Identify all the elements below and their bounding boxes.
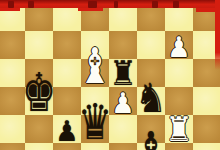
square (109, 31, 137, 59)
square (193, 87, 220, 115)
square (137, 115, 165, 143)
cover-red-band (0, 0, 220, 8)
square (165, 59, 193, 87)
square (25, 59, 53, 87)
square (53, 143, 81, 150)
square (165, 115, 193, 143)
band-text-remnant-mark (173, 1, 179, 8)
square (25, 87, 53, 115)
square (165, 87, 193, 115)
square (193, 115, 220, 143)
square (165, 31, 193, 59)
square (0, 115, 25, 143)
square (137, 143, 165, 150)
square (25, 115, 53, 143)
board: ♟♝♜♚♟♞♟♛♜♝ (0, 3, 220, 150)
band-text-remnant-mark (28, 1, 34, 8)
square (25, 143, 53, 150)
square (137, 87, 165, 115)
square (0, 87, 25, 115)
square (81, 115, 109, 143)
square (25, 31, 53, 59)
band-uneven-edge-tab (78, 8, 103, 11)
band-text-remnant-mark (8, 1, 14, 8)
square (81, 143, 109, 150)
square (53, 31, 81, 59)
band-text-remnant-mark (88, 1, 97, 8)
square (137, 59, 165, 87)
square (81, 59, 109, 87)
square (81, 87, 109, 115)
band-text-remnant-mark (114, 1, 118, 8)
band-uneven-edge-tab (0, 8, 20, 11)
band-uneven-edge-tab (196, 8, 220, 12)
chess-book-cover-photo: ♟♝♜♚♟♞♟♛♜♝ (0, 0, 220, 150)
square (53, 87, 81, 115)
square (53, 115, 81, 143)
square (193, 143, 220, 150)
square (109, 87, 137, 115)
square (165, 143, 193, 150)
band-text-remnant-mark (152, 1, 158, 8)
square (109, 115, 137, 143)
square (109, 59, 137, 87)
square (109, 143, 137, 150)
square (137, 31, 165, 59)
square (0, 143, 25, 150)
square (53, 59, 81, 87)
square (0, 31, 25, 59)
square (0, 59, 25, 87)
square (81, 31, 109, 59)
